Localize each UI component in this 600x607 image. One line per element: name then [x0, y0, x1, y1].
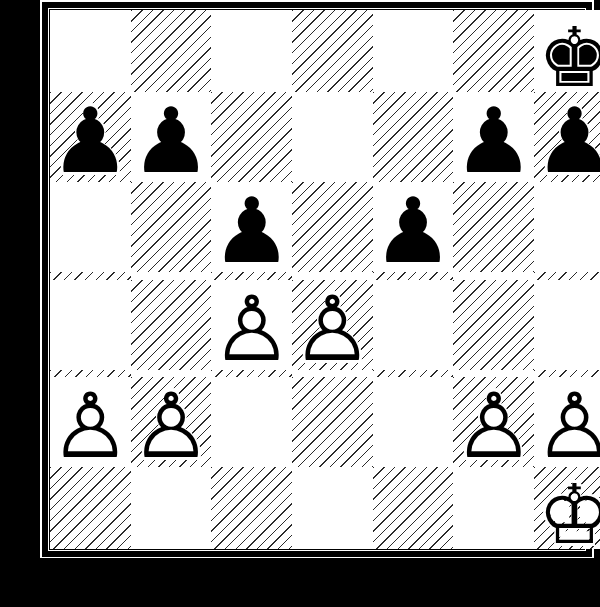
square-g7[interactable]: ♟♟ [534, 92, 600, 182]
white-pawn-a2[interactable]: ♟♙ [50, 377, 131, 467]
square-a5[interactable] [50, 272, 131, 280]
square-d8[interactable] [292, 10, 373, 92]
square-e3[interactable] [373, 370, 454, 378]
diagram-sheet: ♚♚♟♟♟♟♟♟♟♟♟♟♟♟♟♟♟♙♟♙♟♙♟♙♟♙♟♙♟♙♚♔ [40, 0, 594, 558]
black-king-g8[interactable]: ♚♚ [538, 10, 600, 92]
square-e6[interactable]: ♟♟ [373, 182, 454, 272]
square-d1[interactable] [292, 467, 373, 549]
board-frame: ♚♚♟♟♟♟♟♟♟♟♟♟♟♟♟♟♟♙♟♙♟♙♟♙♟♙♟♙♟♙♚♔ [42, 2, 592, 557]
square-d2[interactable] [292, 377, 373, 467]
white-pawn-glyph: ♙ [534, 381, 600, 471]
black-pawn-glyph: ♟ [131, 96, 212, 186]
black-pawn-glyph: ♟ [453, 96, 534, 186]
white-pawn-glyph: ♙ [211, 284, 292, 374]
square-b2[interactable]: ♟♙ [131, 377, 212, 467]
square-c8[interactable] [211, 10, 292, 92]
square-b8[interactable] [131, 10, 212, 92]
square-g4[interactable] [534, 280, 600, 370]
black-pawn-f7[interactable]: ♟♟ [453, 92, 534, 182]
square-f8[interactable] [453, 10, 534, 92]
white-pawn-f2[interactable]: ♟♙ [453, 377, 534, 467]
square-b4[interactable] [131, 280, 212, 370]
square-f4[interactable] [453, 280, 534, 370]
chess-board: ♚♚♟♟♟♟♟♟♟♟♟♟♟♟♟♟♟♙♟♙♟♙♟♙♟♙♟♙♟♙♚♔ [50, 10, 584, 549]
square-c2[interactable] [211, 377, 292, 467]
black-king-glyph: ♚ [538, 17, 600, 99]
square-a4[interactable] [50, 280, 131, 370]
square-b5[interactable] [131, 272, 212, 280]
white-pawn-d4[interactable]: ♟♙ [292, 280, 373, 370]
black-pawn-b7[interactable]: ♟♟ [131, 92, 212, 182]
square-c1[interactable] [211, 467, 292, 549]
white-pawn-glyph: ♙ [50, 381, 131, 471]
black-pawn-glyph: ♟ [373, 186, 454, 276]
square-d7[interactable] [292, 92, 373, 182]
square-f7[interactable]: ♟♟ [453, 92, 534, 182]
black-pawn-glyph: ♟ [50, 96, 131, 186]
square-b7[interactable]: ♟♟ [131, 92, 212, 182]
square-g2[interactable]: ♟♙ [534, 377, 600, 467]
square-e2[interactable] [373, 377, 454, 467]
square-g1[interactable]: ♚♔ [534, 467, 600, 549]
square-a7[interactable]: ♟♟ [50, 92, 131, 182]
white-king-g1[interactable]: ♚♔ [538, 467, 600, 549]
square-c4[interactable]: ♟♙ [211, 280, 292, 370]
black-pawn-e6[interactable]: ♟♟ [373, 182, 454, 272]
white-pawn-glyph: ♙ [131, 381, 212, 471]
square-a2[interactable]: ♟♙ [50, 377, 131, 467]
black-pawn-g7[interactable]: ♟♟ [534, 92, 600, 182]
black-pawn-glyph: ♟ [211, 186, 292, 276]
square-d4[interactable]: ♟♙ [292, 280, 373, 370]
white-pawn-g2[interactable]: ♟♙ [534, 377, 600, 467]
square-d6[interactable] [292, 182, 373, 272]
white-pawn-b2[interactable]: ♟♙ [131, 377, 212, 467]
square-a8[interactable] [50, 10, 131, 92]
square-e4[interactable] [373, 280, 454, 370]
square-g5[interactable] [534, 272, 600, 280]
board-inner-border: ♚♚♟♟♟♟♟♟♟♟♟♟♟♟♟♟♟♙♟♙♟♙♟♙♟♙♟♙♟♙♚♔ [49, 9, 585, 550]
white-pawn-glyph: ♙ [453, 381, 534, 471]
white-pawn-c4[interactable]: ♟♙ [211, 280, 292, 370]
black-pawn-a7[interactable]: ♟♟ [50, 92, 131, 182]
square-f5[interactable] [453, 272, 534, 280]
diagram-page: ♚♚♟♟♟♟♟♟♟♟♟♟♟♟♟♟♟♙♟♙♟♙♟♙♟♙♟♙♟♙♚♔ [0, 0, 600, 607]
square-g8[interactable]: ♚♚ [534, 10, 600, 92]
square-e8[interactable] [373, 10, 454, 92]
black-pawn-c6[interactable]: ♟♟ [211, 182, 292, 272]
square-f2[interactable]: ♟♙ [453, 377, 534, 467]
white-pawn-glyph: ♙ [292, 284, 373, 374]
square-e1[interactable] [373, 467, 454, 549]
square-c6[interactable]: ♟♟ [211, 182, 292, 272]
square-c7[interactable] [211, 92, 292, 182]
square-e7[interactable] [373, 92, 454, 182]
black-pawn-glyph: ♟ [534, 96, 600, 186]
white-king-glyph: ♔ [538, 474, 600, 556]
